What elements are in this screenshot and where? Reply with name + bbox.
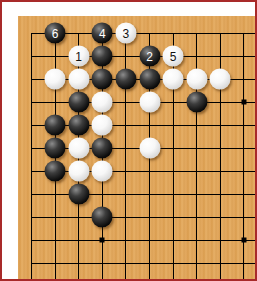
stone-black-B15[interactable] [45,115,66,136]
stone-white-H17[interactable] [186,69,207,90]
stone-black-C16[interactable] [68,92,89,113]
go-board-diagram: 642315 [0,0,257,281]
stone-white-G18[interactable]: 5 [163,46,184,67]
stone-black-D11[interactable] [92,207,113,228]
grid-hline-11 [31,217,255,218]
stone-black-B13[interactable] [45,161,66,182]
stone-white-J17[interactable] [210,69,231,90]
star-point-K10 [241,238,246,243]
stone-black-F17[interactable] [139,69,160,90]
stone-white-C14[interactable] [68,138,89,159]
stone-white-C18[interactable]: 1 [68,46,89,67]
stone-black-B19[interactable]: 6 [45,23,66,44]
stone-white-C13[interactable] [68,161,89,182]
stone-white-E19[interactable]: 3 [115,23,136,44]
stone-black-E17[interactable] [115,69,136,90]
stone-black-H16[interactable] [186,92,207,113]
stone-white-D15[interactable] [92,115,113,136]
stone-black-D17[interactable] [92,69,113,90]
stone-black-D18[interactable] [92,46,113,67]
stone-white-D16[interactable] [92,92,113,113]
stone-white-F14[interactable] [139,138,160,159]
stone-black-C15[interactable] [68,115,89,136]
grid-hline-9 [31,263,255,264]
stone-white-D13[interactable] [92,161,113,182]
stone-black-B14[interactable] [45,138,66,159]
stone-black-D14[interactable] [92,138,113,159]
stone-white-G17[interactable] [163,69,184,90]
grid-vline-A [31,33,32,280]
stone-black-C12[interactable] [68,184,89,205]
stone-black-F18[interactable]: 2 [139,46,160,67]
stone-white-F16[interactable] [139,92,160,113]
grid-hline-10 [31,240,255,241]
grid-hline-12 [31,194,255,195]
star-point-D10 [100,238,105,243]
stone-black-D19[interactable]: 4 [92,23,113,44]
star-point-K16 [241,100,246,105]
stone-white-C17[interactable] [68,69,89,90]
stone-white-B17[interactable] [45,69,66,90]
